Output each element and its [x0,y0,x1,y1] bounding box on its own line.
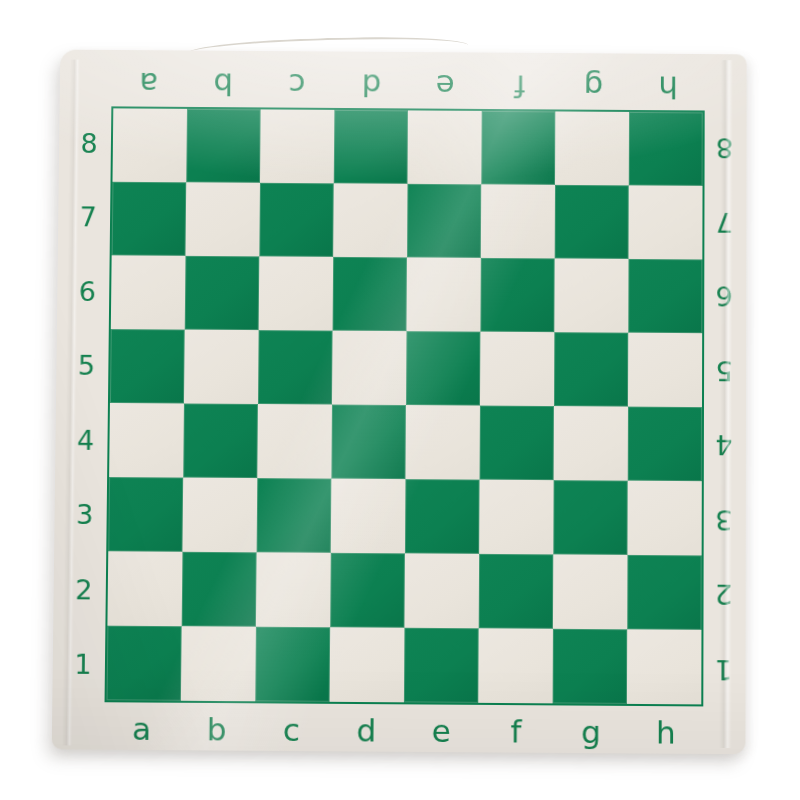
square-d4 [331,405,406,480]
square-c4 [257,404,332,479]
square-e5 [406,331,480,405]
square-d1 [330,627,405,702]
square-d8 [334,110,408,184]
square-c6 [259,256,334,330]
square-h6 [628,259,702,333]
square-b5 [184,330,259,404]
square-d7 [333,183,407,257]
rank-label-right-1: 1 [704,631,742,706]
square-f6 [480,258,554,332]
square-f3 [479,480,554,555]
square-d3 [331,479,406,554]
square-h8 [629,112,703,186]
rank-label-right-7: 7 [705,184,743,258]
square-b7 [185,182,260,256]
square-e4 [405,405,480,480]
square-g1 [553,629,628,704]
square-h3 [627,481,701,556]
square-g7 [555,185,629,259]
file-label-bottom-h: h [628,709,703,756]
square-a1 [107,626,182,701]
rank-label-left-1: 1 [63,627,102,702]
vinyl-chess-mat: abcdefgh abcdefgh 87654321 87654321 [52,50,747,755]
rank-label-left-2: 2 [64,552,103,627]
file-label-bottom-f: f [478,708,553,755]
square-f4 [480,406,554,481]
rank-label-right-3: 3 [705,482,743,557]
square-a6 [111,255,186,329]
file-label-bottom-b: b [179,706,254,753]
rank-label-left-4: 4 [66,403,105,478]
file-label-bottom-d: d [329,707,404,754]
rank-labels-left: 87654321 [63,106,108,702]
square-a3 [108,477,183,552]
product-photo-scene: abcdefgh abcdefgh 87654321 87654321 [0,0,800,800]
square-g3 [553,480,627,555]
square-d5 [332,331,407,405]
square-e2 [404,553,479,628]
square-b8 [186,109,260,183]
square-b3 [182,478,257,553]
square-b2 [182,552,257,627]
file-label-top-e: e [408,64,482,108]
square-c3 [257,478,332,553]
file-label-top-c: c [260,63,335,107]
square-e1 [404,628,479,703]
square-b4 [183,403,258,478]
file-labels-top: abcdefgh [111,62,704,110]
square-c8 [260,109,334,183]
square-e7 [407,184,481,258]
square-f2 [479,554,554,629]
square-b1 [181,626,256,701]
square-g4 [554,406,628,481]
rank-label-left-8: 8 [70,106,109,180]
rank-label-left-7: 7 [69,180,108,254]
square-f1 [478,628,553,703]
file-label-bottom-a: a [104,705,179,752]
square-c7 [259,183,333,257]
rank-label-right-5: 5 [705,333,743,408]
square-h4 [628,407,702,482]
file-label-bottom-g: g [553,708,628,755]
square-f8 [481,111,555,185]
square-b6 [185,256,260,330]
square-a5 [110,329,185,403]
rank-label-right-6: 6 [705,258,743,333]
file-label-top-b: b [186,62,261,106]
square-g2 [553,554,628,629]
file-labels-bottom: abcdefgh [104,705,703,756]
file-label-top-f: f [482,64,556,108]
square-d6 [333,257,407,331]
file-label-top-g: g [556,65,630,109]
rank-label-left-5: 5 [67,328,106,403]
square-f7 [481,184,555,258]
square-h7 [629,185,703,259]
square-e3 [405,479,480,554]
chess-board-grid [105,106,705,706]
square-a4 [109,403,184,478]
square-f5 [480,332,554,406]
square-c2 [256,552,331,627]
square-a2 [107,551,182,626]
rank-label-right-8: 8 [706,111,744,185]
square-h1 [627,629,702,704]
square-g5 [554,332,628,406]
file-label-top-d: d [334,63,408,107]
square-e8 [407,110,481,184]
square-g6 [554,258,628,332]
file-label-top-h: h [631,65,705,109]
file-label-top-a: a [111,62,186,106]
square-c5 [258,330,333,404]
square-a7 [112,182,187,256]
rank-labels-right: 87654321 [704,111,743,707]
square-a8 [112,108,187,182]
rank-label-right-2: 2 [704,556,742,631]
file-label-bottom-c: c [254,706,329,753]
rank-label-left-6: 6 [68,254,107,328]
square-d2 [330,553,405,628]
square-h2 [627,555,701,630]
file-label-bottom-e: e [404,707,479,754]
rank-label-right-4: 4 [705,407,743,482]
square-e6 [406,257,480,331]
square-h5 [628,333,702,407]
square-c1 [255,627,330,702]
square-g8 [555,111,629,185]
rank-label-left-3: 3 [65,477,104,552]
